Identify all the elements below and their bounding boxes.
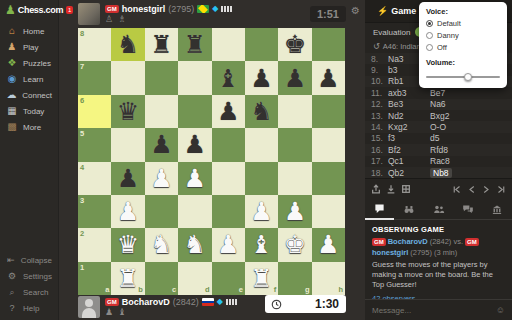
square-b6[interactable]: ♛ — [111, 95, 144, 128]
chesscom-logo[interactable]: ♟ Chess.com 1 — [0, 0, 58, 23]
square-g1[interactable]: g — [278, 262, 311, 295]
sidebar-item-help[interactable]: ?Help — [0, 300, 58, 316]
black-pawn-c5[interactable]: ♟ — [150, 132, 172, 157]
sidebar-item-label: Settings — [23, 272, 52, 281]
square-a4[interactable]: 4 — [78, 162, 111, 195]
white-move[interactable]: f3 — [388, 133, 430, 143]
square-h7[interactable]: ♟ — [312, 61, 345, 94]
square-d6[interactable] — [178, 95, 211, 128]
connection-bars-icon — [221, 6, 232, 12]
square-b5[interactable] — [111, 128, 144, 161]
top-player-title-badge: GM — [105, 5, 119, 13]
voice-label: Voice: — [426, 7, 500, 16]
sidebar-item-connect[interactable]: ☁Connect — [0, 87, 58, 103]
square-c7[interactable] — [145, 61, 178, 94]
today-icon: ▦ — [6, 106, 18, 116]
flip-board-icon[interactable] — [401, 184, 411, 194]
move-number: 15. — [371, 133, 388, 143]
tab-chats[interactable] — [453, 199, 482, 219]
sidebar-footer: ⇤Collapse⚙Settings⌕Search?Help — [0, 252, 58, 316]
board-column: GM honestgirl (2795) ◆ ♙ ♗ 1:51 ⚙ 8♞♜♜♚7… — [58, 0, 365, 320]
share-icon[interactable] — [371, 184, 381, 194]
binoculars-icon — [403, 204, 415, 215]
square-g7[interactable]: ♟ — [278, 61, 311, 94]
square-d7[interactable] — [178, 61, 211, 94]
move-number: 11. — [371, 88, 388, 98]
clock-icon — [271, 299, 282, 310]
observing-title: OBSERVING GAME — [372, 225, 505, 234]
square-d8[interactable]: ♜ — [178, 28, 211, 61]
more-icon: ▩ — [6, 122, 18, 132]
tab-clubs[interactable] — [483, 199, 512, 219]
square-d2[interactable]: ♞ — [178, 228, 211, 261]
black-knight-f6[interactable]: ♞ — [250, 99, 272, 124]
black-bishop-e7[interactable]: ♝ — [217, 66, 239, 91]
bottom-clock-time: 1:30 — [315, 297, 339, 311]
square-g5[interactable] — [278, 128, 311, 161]
time-control: (3 min) — [434, 248, 457, 257]
white-pawn-f3[interactable]: ♟ — [250, 199, 272, 224]
black-move[interactable]: Na6 — [430, 99, 512, 109]
settings-icon: ⚙ — [6, 271, 18, 281]
next-move-icon[interactable] — [482, 185, 491, 194]
black-move[interactable]: Nb8 — [430, 168, 452, 178]
white-move[interactable]: Qc1 — [388, 156, 430, 166]
white-pawn-b3[interactable]: ♟ — [117, 199, 139, 224]
top-player-name[interactable]: honestgirl — [122, 4, 166, 14]
sidebar-menu: ⌂Home♟Play❖Puzzles◉Learn☁Connect▦Today▩M… — [0, 23, 58, 135]
square-b8[interactable]: ♞ — [111, 28, 144, 61]
sidebar-item-settings[interactable]: ⚙Settings — [0, 268, 58, 284]
white-rook-f1[interactable]: ♜ — [250, 266, 272, 291]
move-row: 13.Nd2Bxg2 — [365, 110, 512, 121]
black-rook-c8[interactable]: ♜ — [150, 32, 172, 57]
white-move[interactable]: Be3 — [388, 99, 430, 109]
opening-book-icon: ↺ — [373, 42, 380, 51]
square-d4[interactable]: ♟ — [178, 162, 211, 195]
rank-label-7: 7 — [80, 62, 84, 71]
board-settings-gear-icon[interactable]: ⚙ — [351, 5, 360, 16]
square-c8[interactable]: ♜ — [145, 28, 178, 61]
observing-players-line: GM BocharovD (2842) vs. GM honestgirl (2… — [372, 237, 505, 257]
square-b3[interactable]: ♟ — [111, 195, 144, 228]
white-pawn-d4[interactable]: ♟ — [184, 166, 206, 191]
square-h6[interactable] — [312, 95, 345, 128]
sidebar-item-learn[interactable]: ◉Learn — [0, 71, 58, 87]
black-move[interactable]: d5 — [430, 133, 512, 143]
white-move[interactable]: Bf2 — [388, 145, 430, 155]
square-e2[interactable]: ♟ — [212, 228, 245, 261]
square-a8[interactable]: 8 — [78, 28, 111, 61]
lightning-icon: ⚡ — [377, 6, 388, 16]
square-a3[interactable]: 3 — [78, 195, 111, 228]
move-number: 9. — [371, 65, 388, 75]
chess-board[interactable]: 8♞♜♜♚7♝♟♟♟6♛♟♞5♟♟4♟♟♟3♟♟♟2♛♞♞♟♝♚♟1ab♜cde… — [78, 28, 345, 295]
white-queen-b2[interactable]: ♛ — [117, 232, 139, 257]
square-e1[interactable]: e — [212, 262, 245, 295]
square-b7[interactable] — [111, 61, 144, 94]
voice-settings-popup: Voice: DefaultDannyOff Volume: — [419, 2, 507, 88]
learn-icon: ◉ — [6, 74, 18, 84]
white-bishop-f2[interactable]: ♝ — [250, 232, 272, 257]
black-rating: (2795) — [410, 248, 432, 257]
white-knight-c2[interactable]: ♞ — [150, 232, 172, 257]
connection-bars-icon — [226, 299, 237, 305]
square-e5[interactable] — [212, 128, 245, 161]
emoji-icon[interactable]: ☺ — [496, 305, 505, 315]
premium-diamond-icon: ◆ — [217, 298, 223, 306]
move-number: 13. — [371, 111, 388, 121]
square-a6[interactable]: 6 — [78, 95, 111, 128]
square-b1[interactable]: b♜ — [111, 262, 144, 295]
square-g8[interactable]: ♚ — [278, 28, 311, 61]
move-number: 12. — [371, 99, 388, 109]
sidebar-item-collapse[interactable]: ⇤Collapse — [0, 252, 58, 268]
tab-chat[interactable] — [365, 198, 394, 220]
help-icon: ? — [6, 303, 18, 313]
square-c2[interactable]: ♞ — [145, 228, 178, 261]
rank-label-5: 5 — [80, 129, 84, 138]
sidebar-item-label: Search — [23, 288, 48, 297]
move-number: 16. — [371, 145, 388, 155]
home-icon: ⌂ — [6, 26, 18, 36]
search-icon: ⌕ — [6, 287, 18, 297]
social-tabs — [365, 199, 512, 220]
move-row: 17.Qc1Rac8 — [365, 156, 512, 167]
bottom-player-name[interactable]: BocharovD — [122, 297, 170, 307]
black-rook-d8[interactable]: ♜ — [184, 32, 206, 57]
rank-label-1: 1 — [80, 263, 84, 272]
sidebar: ♟ Chess.com 1 ⌂Home♟Play❖Puzzles◉Learn☁C… — [0, 0, 59, 320]
bottom-player-avatar[interactable] — [78, 296, 100, 318]
connect-icon: ☁ — [6, 90, 17, 100]
square-d1[interactable]: d — [178, 262, 211, 295]
sidebar-item-label: More — [23, 123, 41, 132]
rank-label-6: 6 — [80, 96, 84, 105]
sidebar-item-more[interactable]: ▩More — [0, 119, 58, 135]
white-pawn-g3[interactable]: ♟ — [284, 199, 306, 224]
black-title-badge: GM — [465, 238, 479, 246]
black-move[interactable]: Bxg2 — [430, 111, 512, 121]
square-f2[interactable]: ♝ — [245, 228, 278, 261]
sidebar-item-puzzles[interactable]: ❖Puzzles — [0, 55, 58, 71]
move-row: 14.Kxg2O-O — [365, 121, 512, 132]
slider-track — [426, 76, 500, 78]
top-captured-pieces: ♙ ♗ — [105, 15, 127, 23]
top-player-avatar[interactable] — [78, 3, 100, 25]
evaluation-label: Evaluation — [373, 28, 410, 37]
voice-option-label: Off — [437, 43, 447, 52]
rank-label-8: 8 — [80, 29, 84, 38]
sidebar-item-label: Home — [23, 27, 44, 36]
square-c4[interactable]: ♟ — [145, 162, 178, 195]
square-d5[interactable]: ♟ — [178, 128, 211, 161]
white-name-link[interactable]: BocharovD — [388, 237, 428, 246]
radio-icon[interactable] — [426, 32, 433, 39]
square-a5[interactable]: 5 — [78, 128, 111, 161]
black-knight-b8[interactable]: ♞ — [117, 32, 139, 57]
square-e6[interactable]: ♟ — [212, 95, 245, 128]
bottom-player-title-badge: GM — [105, 298, 119, 306]
voice-option-default[interactable]: Default — [426, 19, 500, 28]
move-row: 15.f3d5 — [365, 133, 512, 144]
square-c5[interactable]: ♟ — [145, 128, 178, 161]
observing-description: Guess the moves of the players by making… — [372, 260, 505, 290]
square-d3[interactable] — [178, 195, 211, 228]
square-g2[interactable]: ♚ — [278, 228, 311, 261]
sidebar-item-label: Collapse — [21, 256, 52, 265]
black-pawn-b4[interactable]: ♟ — [117, 166, 139, 191]
square-f5[interactable] — [245, 128, 278, 161]
radio-icon[interactable] — [426, 20, 433, 27]
white-pawn-c4[interactable]: ♟ — [150, 166, 172, 191]
vs-text: vs. — [453, 237, 463, 246]
voice-option-danny[interactable]: Danny — [426, 31, 500, 40]
slider-thumb[interactable] — [464, 73, 472, 81]
square-g6[interactable] — [278, 95, 311, 128]
observing-game-section: OBSERVING GAME GM BocharovD (2842) vs. G… — [365, 220, 512, 299]
white-pawn-e2[interactable]: ♟ — [217, 232, 239, 257]
white-move[interactable]: Nd2 — [388, 111, 430, 121]
black-pawn-e6[interactable]: ♟ — [217, 99, 239, 124]
black-name-link[interactable]: honestgirl — [372, 248, 408, 257]
square-e4[interactable] — [212, 162, 245, 195]
square-h5[interactable] — [312, 128, 345, 161]
square-c6[interactable] — [145, 95, 178, 128]
bottom-player-rating: (2842) — [173, 297, 199, 307]
square-e7[interactable]: ♝ — [212, 61, 245, 94]
bottom-captured-pieces: ♟ ♝ — [105, 308, 127, 316]
building-icon — [491, 204, 503, 215]
voice-options: DefaultDannyOff — [426, 19, 500, 52]
rank-label-4: 4 — [80, 163, 84, 172]
voice-option-off[interactable]: Off — [426, 43, 500, 52]
square-g4[interactable] — [278, 162, 311, 195]
white-king-g2[interactable]: ♚ — [284, 232, 306, 257]
white-rook-b1[interactable]: ♜ — [117, 266, 139, 291]
collapse-icon: ⇤ — [6, 255, 16, 265]
game-controls — [365, 178, 512, 199]
sidebar-item-label: Today — [23, 107, 44, 116]
chat-bubbles-icon — [462, 204, 474, 215]
black-pawn-d5[interactable]: ♟ — [184, 132, 206, 157]
square-h8[interactable] — [312, 28, 345, 61]
play-icon: ♟ — [6, 42, 18, 52]
move-number: 8. — [371, 54, 388, 64]
volume-slider[interactable] — [426, 73, 500, 81]
square-f6[interactable]: ♞ — [245, 95, 278, 128]
black-move[interactable]: Be7 — [430, 88, 512, 98]
first-move-icon[interactable] — [452, 185, 461, 194]
square-h4[interactable] — [312, 162, 345, 195]
message-input[interactable]: Message... — [372, 306, 492, 315]
black-queen-b6[interactable]: ♛ — [117, 99, 139, 124]
russia-flag-icon — [202, 298, 214, 306]
square-a2[interactable]: 2 — [78, 228, 111, 261]
pawn-logo-icon: ♟ — [5, 5, 16, 15]
previous-move-icon[interactable] — [467, 185, 476, 194]
square-f3[interactable]: ♟ — [245, 195, 278, 228]
chat-bubble-icon — [374, 203, 385, 214]
message-bar: Message... ☺ — [365, 299, 512, 320]
radio-icon[interactable] — [426, 44, 433, 51]
rank-label-2: 2 — [80, 229, 84, 238]
sidebar-item-label: Learn — [23, 75, 43, 84]
tab-spectators[interactable] — [394, 199, 423, 219]
black-pawn-h7[interactable]: ♟ — [317, 66, 339, 91]
black-move[interactable]: O-O — [430, 122, 512, 132]
download-icon[interactable] — [386, 184, 396, 194]
volume-label: Volume: — [426, 58, 500, 67]
brazil-flag-icon — [197, 5, 209, 13]
sidebar-item-label: Play — [23, 43, 39, 52]
move-row: 16.Bf2Rfd8 — [365, 144, 512, 155]
square-f7[interactable]: ♟ — [245, 61, 278, 94]
sidebar-item-label: Puzzles — [23, 59, 51, 68]
square-b2[interactable]: ♛ — [111, 228, 144, 261]
black-pawn-g7[interactable]: ♟ — [284, 66, 306, 91]
sidebar-item-today[interactable]: ▦Today — [0, 103, 58, 119]
square-g3[interactable]: ♟ — [278, 195, 311, 228]
last-move-icon[interactable] — [497, 185, 506, 194]
top-player-clock: 1:51 — [310, 6, 346, 22]
white-rating: (2842) — [430, 237, 452, 246]
square-b4[interactable]: ♟ — [111, 162, 144, 195]
move-row: 18.Qb2Nb8 — [365, 167, 512, 178]
black-move[interactable]: Rfd8 — [430, 145, 512, 155]
white-move[interactable]: Qb2 — [388, 168, 430, 178]
square-c3[interactable] — [145, 195, 178, 228]
white-pawn-h2[interactable]: ♟ — [317, 232, 339, 257]
sidebar-item-label: Connect — [22, 91, 52, 100]
black-move[interactable]: Rac8 — [430, 156, 512, 166]
square-h2[interactable]: ♟ — [312, 228, 345, 261]
tab-friends[interactable] — [424, 199, 453, 219]
black-king-g8[interactable]: ♚ — [284, 32, 306, 57]
square-e3[interactable] — [212, 195, 245, 228]
people-icon — [433, 204, 445, 215]
top-player-rating: (2795) — [168, 4, 194, 14]
sidebar-item-search[interactable]: ⌕Search — [0, 284, 58, 300]
rank-label-3: 3 — [80, 196, 84, 205]
white-title-badge: GM — [372, 238, 386, 246]
sidebar-item-label: Help — [23, 304, 39, 313]
square-e8[interactable] — [212, 28, 245, 61]
square-f8[interactable] — [245, 28, 278, 61]
move-row: 11.axb3Be7 — [365, 87, 512, 98]
move-row: 12.Be3Na6 — [365, 99, 512, 110]
move-number: 10. — [371, 76, 388, 86]
bottom-player-clock: 1:30 — [265, 295, 346, 313]
square-c1[interactable]: c — [145, 262, 178, 295]
white-move[interactable]: axb3 — [388, 88, 430, 98]
sidebar-item-play[interactable]: ♟Play — [0, 39, 58, 55]
voice-option-label: Default — [437, 19, 461, 28]
square-f1[interactable]: f♜ — [245, 262, 278, 295]
move-number: 18. — [371, 168, 388, 178]
move-number: 14. — [371, 122, 388, 132]
white-move[interactable]: Kxg2 — [388, 122, 430, 132]
square-a7[interactable]: 7 — [78, 61, 111, 94]
premium-diamond-icon: ◆ — [212, 5, 218, 13]
logo-text: Chess.com — [18, 5, 63, 15]
move-number: 17. — [371, 156, 388, 166]
square-a1[interactable]: 1a — [78, 262, 111, 295]
square-h3[interactable] — [312, 195, 345, 228]
puzzles-icon: ❖ — [6, 58, 18, 68]
square-h1[interactable]: h — [312, 262, 345, 295]
black-pawn-f7[interactable]: ♟ — [250, 66, 272, 91]
sidebar-item-home[interactable]: ⌂Home — [0, 23, 58, 39]
chess-com-app: ♟ Chess.com 1 ⌂Home♟Play❖Puzzles◉Learn☁C… — [0, 0, 512, 320]
square-f4[interactable] — [245, 162, 278, 195]
voice-option-label: Danny — [437, 31, 459, 40]
white-knight-d2[interactable]: ♞ — [184, 232, 206, 257]
